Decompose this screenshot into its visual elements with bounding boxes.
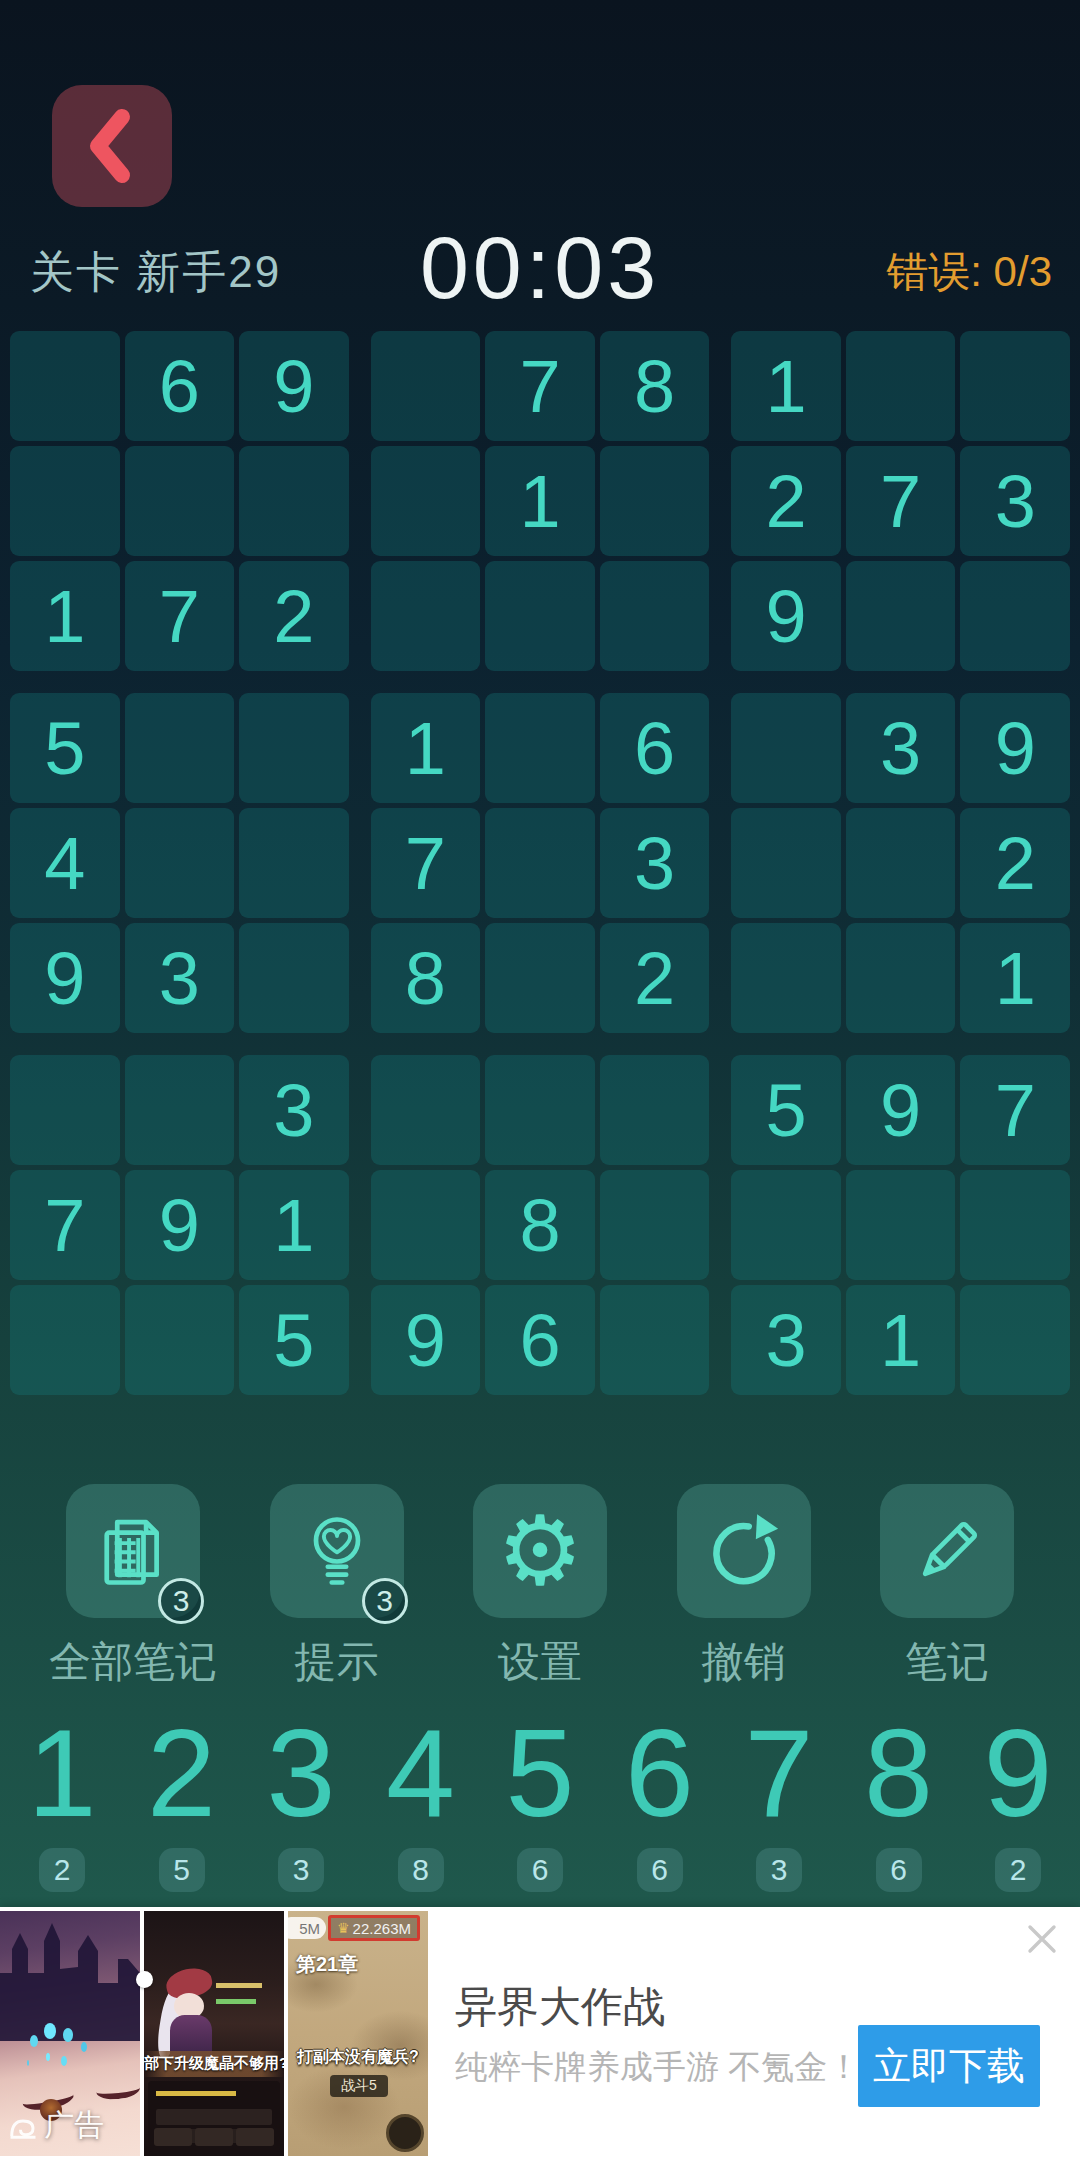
chapter-label: 第21章 (296, 1951, 358, 1978)
numpad-key-2[interactable]: 25 (134, 1700, 230, 1892)
carousel-dot (136, 1971, 153, 1988)
level-label: 关卡 新手29 (30, 243, 281, 302)
gear-icon: ⚙ (497, 1503, 583, 1599)
tool-all-notes: 3 全部笔记 (58, 1484, 208, 1690)
numpad-key-7[interactable]: 73 (731, 1700, 827, 1892)
notes-button[interactable] (880, 1484, 1014, 1618)
girl-eye-right (95, 2079, 140, 2102)
cell-r8c1[interactable]: 7 (10, 1170, 120, 1280)
cell-r9c9[interactable] (960, 1285, 1070, 1395)
undo-button[interactable] (677, 1484, 811, 1618)
tool-hint: 3 提示 (262, 1484, 412, 1690)
cell-r3c9[interactable] (960, 561, 1070, 671)
cell-r1c5[interactable]: 7 (485, 331, 595, 441)
cell-r7c6[interactable] (600, 1055, 710, 1165)
ad-sponsor-label: 广告 (8, 2105, 104, 2146)
cell-r4c4[interactable]: 1 (371, 693, 481, 803)
cell-r3c8[interactable] (846, 561, 956, 671)
cell-r3c5[interactable] (485, 561, 595, 671)
cell-r7c3[interactable]: 3 (239, 1055, 349, 1165)
cell-r1c7[interactable]: 1 (731, 331, 841, 441)
cyan-glow-marks (44, 2023, 56, 2039)
cell-r7c5[interactable] (485, 1055, 595, 1165)
numpad-digit: 6 (625, 1700, 694, 1846)
board-box-2: 781 (371, 331, 710, 671)
settings-button[interactable]: ⚙ (473, 1484, 607, 1618)
cell-r6c3[interactable] (239, 923, 349, 1033)
cell-r4c7[interactable] (731, 693, 841, 803)
cell-r9c4[interactable]: 9 (371, 1285, 481, 1395)
cell-r9c7[interactable]: 3 (731, 1285, 841, 1395)
error-counter: 错误: 0/3 (886, 244, 1052, 300)
cell-r7c7[interactable]: 5 (731, 1055, 841, 1165)
cell-r9c3[interactable]: 5 (239, 1285, 349, 1395)
cell-r3c1[interactable]: 1 (10, 561, 120, 671)
cell-r3c2[interactable]: 7 (125, 561, 235, 671)
board-box-9: 59731 (731, 1055, 1070, 1395)
cell-r5c6[interactable]: 3 (600, 808, 710, 918)
numpad-key-8[interactable]: 86 (851, 1700, 947, 1892)
hint-button[interactable]: 3 (270, 1484, 404, 1618)
cell-r1c3[interactable]: 9 (239, 331, 349, 441)
cell-r6c4[interactable]: 8 (371, 923, 481, 1033)
cell-r4c2[interactable] (125, 693, 235, 803)
ad-slides: 广告 部下升级魔晶不够用? (0, 1911, 428, 2156)
ad-close-button[interactable] (1020, 1917, 1064, 1961)
pencil-icon (905, 1509, 989, 1593)
numpad-remaining-count: 2 (995, 1848, 1041, 1892)
top-bar: 关卡 新手29 00:03 错误: 0/3 (0, 226, 1080, 318)
castle-silhouette (0, 1911, 140, 2041)
cell-r9c6[interactable] (600, 1285, 710, 1395)
tool-settings: ⚙ 设置 (465, 1484, 615, 1690)
cell-r5c7[interactable] (731, 808, 841, 918)
numpad-digit: 9 (984, 1700, 1053, 1846)
ad-slide-anime-girl[interactable]: 广告 (0, 1911, 140, 2156)
ad-title: 异界大作战 (455, 1979, 665, 2035)
cell-r1c9[interactable] (960, 331, 1070, 441)
numpad-remaining-count: 5 (159, 1848, 205, 1892)
numpad: 122533485666738692 (0, 1700, 1080, 1892)
board-box-8: 896 (371, 1055, 710, 1395)
hint-label: 提示 (295, 1634, 379, 1690)
cell-r6c5[interactable] (485, 923, 595, 1033)
resource-pill: 5M (288, 1917, 326, 1939)
cell-r8c8[interactable] (846, 1170, 956, 1280)
cell-r2c3[interactable] (239, 446, 349, 556)
cell-r5c5[interactable] (485, 808, 595, 918)
all-notes-label: 全部笔记 (49, 1634, 217, 1690)
cell-r6c9[interactable]: 1 (960, 923, 1070, 1033)
numpad-digit: 5 (506, 1700, 575, 1846)
cell-r9c5[interactable]: 6 (485, 1285, 595, 1395)
numpad-remaining-count: 3 (278, 1848, 324, 1892)
numpad-key-6[interactable]: 66 (612, 1700, 708, 1892)
cell-r2c6[interactable] (600, 446, 710, 556)
cell-r2c5[interactable]: 1 (485, 446, 595, 556)
tool-notes: 笔记 (872, 1484, 1022, 1690)
cell-r9c8[interactable]: 1 (846, 1285, 956, 1395)
compass-widget (386, 2114, 424, 2152)
cell-r8c5[interactable]: 8 (485, 1170, 595, 1280)
numpad-digit: 2 (147, 1700, 216, 1846)
tool-undo: 撤销 (669, 1484, 819, 1690)
back-chevron-icon (52, 85, 172, 207)
numpad-remaining-count: 3 (756, 1848, 802, 1892)
cell-r5c9[interactable]: 2 (960, 808, 1070, 918)
numpad-digit: 8 (864, 1700, 933, 1846)
cell-r6c6[interactable]: 2 (600, 923, 710, 1033)
ad-network-logo-icon (8, 2111, 38, 2141)
cell-r4c9[interactable]: 9 (960, 693, 1070, 803)
cell-r4c3[interactable] (239, 693, 349, 803)
cell-r4c8[interactable]: 3 (846, 693, 956, 803)
cell-r1c4[interactable] (371, 331, 481, 441)
download-button[interactable]: 立即下载 (858, 2025, 1040, 2107)
cell-r4c5[interactable] (485, 693, 595, 803)
undo-label: 撤销 (702, 1634, 786, 1690)
sudoku-board: 6917278112739549316738239213791589659731 (10, 331, 1070, 1395)
cell-r5c8[interactable] (846, 808, 956, 918)
numpad-remaining-count: 6 (876, 1848, 922, 1892)
cell-r3c3[interactable]: 2 (239, 561, 349, 671)
undo-icon (702, 1509, 786, 1593)
cell-r2c9[interactable]: 3 (960, 446, 1070, 556)
cell-r1c8[interactable] (846, 331, 956, 441)
all-notes-grid-icon (91, 1509, 175, 1593)
cell-r5c3[interactable] (239, 808, 349, 918)
board-box-6: 3921 (731, 693, 1070, 1033)
numpad-digit: 1 (28, 1700, 97, 1846)
cell-r1c6[interactable]: 8 (600, 331, 710, 441)
highlighted-resource-box: ♛ 22.263M (328, 1915, 420, 1941)
cell-r8c2[interactable]: 9 (125, 1170, 235, 1280)
notes-label: 笔记 (905, 1634, 989, 1690)
board-box-4: 5493 (10, 693, 349, 1033)
cell-r9c1[interactable] (10, 1285, 120, 1395)
toolbar: 3 全部笔记 3 提示 ⚙ 设置 (0, 1484, 1080, 1690)
numpad-remaining-count: 6 (637, 1848, 683, 1892)
cell-r2c8[interactable]: 7 (846, 446, 956, 556)
ad-subtitle: 纯粹卡牌养成手游 不氪金！… (455, 2045, 893, 2090)
numpad-digit: 4 (386, 1700, 455, 1846)
trophy-icon: ♛ (337, 1920, 350, 1936)
numpad-remaining-count: 2 (39, 1848, 85, 1892)
cell-r4c6[interactable]: 6 (600, 693, 710, 803)
numpad-remaining-count: 8 (398, 1848, 444, 1892)
all-notes-count-badge: 3 (158, 1578, 204, 1624)
cell-r2c2[interactable] (125, 446, 235, 556)
cell-r2c4[interactable] (371, 446, 481, 556)
cell-r9c2[interactable] (125, 1285, 235, 1395)
cell-r6c2[interactable]: 3 (125, 923, 235, 1033)
cell-r3c6[interactable] (600, 561, 710, 671)
ad-banner[interactable]: 广告 部下升级魔晶不够用? (0, 1907, 1080, 2160)
cell-r7c8[interactable]: 9 (846, 1055, 956, 1165)
ad-slide3-caption: 打副本没有魔兵? (288, 2047, 428, 2068)
cell-r7c1[interactable] (10, 1055, 120, 1165)
board-box-5: 167382 (371, 693, 710, 1033)
close-icon (1020, 1917, 1064, 1961)
cell-r7c2[interactable] (125, 1055, 235, 1165)
numpad-key-3[interactable]: 33 (253, 1700, 349, 1892)
all-notes-button[interactable]: 3 (66, 1484, 200, 1618)
stats-panel (148, 2081, 280, 2152)
cell-r5c4[interactable]: 7 (371, 808, 481, 918)
cell-r2c1[interactable] (10, 446, 120, 556)
board-box-3: 12739 (731, 331, 1070, 671)
cell-r5c2[interactable] (125, 808, 235, 918)
numpad-remaining-count: 6 (517, 1848, 563, 1892)
battle-button: 战斗5 (330, 2075, 388, 2097)
timer: 00:03 (420, 217, 660, 319)
numpad-digit: 3 (267, 1700, 336, 1846)
cell-r8c3[interactable]: 1 (239, 1170, 349, 1280)
cell-r3c4[interactable] (371, 561, 481, 671)
cell-r6c7[interactable] (731, 923, 841, 1033)
cell-r8c7[interactable] (731, 1170, 841, 1280)
hint-count-badge: 3 (362, 1578, 408, 1624)
ad-slide-map[interactable]: 5M ♛ 22.263M 第21章 打副本没有魔兵? 战斗5 (288, 1911, 428, 2156)
cell-r8c6[interactable] (600, 1170, 710, 1280)
numpad-digit: 7 (745, 1700, 814, 1846)
cell-r2c7[interactable]: 2 (731, 446, 841, 556)
cell-r6c8[interactable] (846, 923, 956, 1033)
cell-r5c1[interactable]: 4 (10, 808, 120, 918)
cell-r8c4[interactable] (371, 1170, 481, 1280)
cell-r7c9[interactable]: 7 (960, 1055, 1070, 1165)
numpad-key-4[interactable]: 48 (373, 1700, 469, 1892)
ad-slide-game-ui[interactable]: 部下升级魔晶不够用? (144, 1911, 284, 2156)
numpad-key-1[interactable]: 12 (14, 1700, 110, 1892)
cell-r7c4[interactable] (371, 1055, 481, 1165)
numpad-key-9[interactable]: 92 (970, 1700, 1066, 1892)
cell-r3c7[interactable]: 9 (731, 561, 841, 671)
ad-slide2-caption: 部下升级魔晶不够用? (144, 2054, 284, 2073)
cell-r1c2[interactable]: 6 (125, 331, 235, 441)
cell-r8c9[interactable] (960, 1170, 1070, 1280)
hint-bulb-icon (295, 1509, 379, 1593)
cell-r4c1[interactable]: 5 (10, 693, 120, 803)
board-box-7: 37915 (10, 1055, 349, 1395)
back-button[interactable] (52, 85, 172, 207)
numpad-key-5[interactable]: 56 (492, 1700, 588, 1892)
cell-r6c1[interactable]: 9 (10, 923, 120, 1033)
settings-label: 设置 (498, 1634, 582, 1690)
cell-r1c1[interactable] (10, 331, 120, 441)
sudoku-app-screen: 关卡 新手29 00:03 错误: 0/3 691727811273954931… (0, 0, 1080, 2160)
board-box-1: 69172 (10, 331, 349, 671)
